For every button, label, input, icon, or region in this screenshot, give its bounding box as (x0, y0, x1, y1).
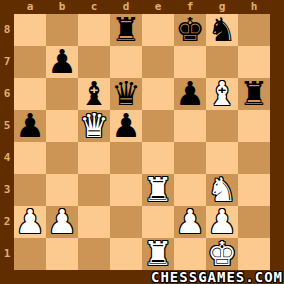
white-bishop-g6: ♝ (207, 78, 237, 110)
square-b6 (46, 78, 78, 110)
black-rook-h6: ♜ (239, 78, 269, 110)
square-c3 (78, 174, 110, 206)
black-king-f8: ♚ (175, 14, 205, 46)
white-pawn-a2: ♟ (15, 206, 45, 238)
white-king-g1: ♚ (207, 238, 237, 270)
square-f6: ♟ (174, 78, 206, 110)
rank-label-5: 5 (0, 110, 14, 142)
square-f5 (174, 110, 206, 142)
black-pawn-b7: ♟ (47, 46, 77, 78)
square-f2: ♟ (174, 206, 206, 238)
file-label-e: e (142, 0, 174, 14)
black-rook-d8: ♜ (111, 14, 141, 46)
square-g6: ♝ (206, 78, 238, 110)
square-e8 (142, 14, 174, 46)
square-f4 (174, 142, 206, 174)
square-f1 (174, 238, 206, 270)
square-d8: ♜ (110, 14, 142, 46)
white-pawn-f2: ♟ (175, 206, 205, 238)
square-h1 (238, 238, 270, 270)
rank-label-7: 7 (0, 46, 14, 78)
square-d5: ♟ (110, 110, 142, 142)
square-d1 (110, 238, 142, 270)
white-pawn-b2: ♟ (47, 206, 77, 238)
square-h3 (238, 174, 270, 206)
square-c4 (78, 142, 110, 174)
square-e7 (142, 46, 174, 78)
rank-label-3: 3 (0, 174, 14, 206)
rank-label-6: 6 (0, 78, 14, 110)
black-knight-g8: ♞ (207, 14, 237, 46)
square-g5 (206, 110, 238, 142)
black-pawn-f6: ♟ (175, 78, 205, 110)
square-g1: ♚ (206, 238, 238, 270)
chess-board: ♜♚♞♟♝♛♟♝♜♟♛♟♜♞♟♟♟♟♜♚ (14, 14, 270, 270)
square-e3: ♜ (142, 174, 174, 206)
square-h2 (238, 206, 270, 238)
white-rook-e3: ♜ (143, 174, 173, 206)
file-label-h: h (238, 0, 270, 14)
rank-label-4: 4 (0, 142, 14, 174)
square-a8 (14, 14, 46, 46)
square-e5 (142, 110, 174, 142)
square-a4 (14, 142, 46, 174)
square-b2: ♟ (46, 206, 78, 238)
square-a2: ♟ (14, 206, 46, 238)
square-d3 (110, 174, 142, 206)
square-h4 (238, 142, 270, 174)
square-b1 (46, 238, 78, 270)
black-pawn-d5: ♟ (111, 110, 141, 142)
rank-label-8: 8 (0, 14, 14, 46)
square-g8: ♞ (206, 14, 238, 46)
square-d4 (110, 142, 142, 174)
square-a1 (14, 238, 46, 270)
square-h8 (238, 14, 270, 46)
black-pawn-a5: ♟ (15, 110, 45, 142)
watermark: CHESSGAMES.COM (151, 270, 283, 284)
square-b5 (46, 110, 78, 142)
white-rook-e1: ♜ (143, 238, 173, 270)
square-e1: ♜ (142, 238, 174, 270)
square-h5 (238, 110, 270, 142)
file-label-b: b (46, 0, 78, 14)
square-e6 (142, 78, 174, 110)
square-c8 (78, 14, 110, 46)
square-b7: ♟ (46, 46, 78, 78)
rank-label-2: 2 (0, 206, 14, 238)
square-f8: ♚ (174, 14, 206, 46)
square-b4 (46, 142, 78, 174)
square-d2 (110, 206, 142, 238)
white-queen-c5: ♛ (79, 110, 109, 142)
rank-labels: 87654321 (0, 14, 14, 270)
square-c5: ♛ (78, 110, 110, 142)
square-c2 (78, 206, 110, 238)
square-c1 (78, 238, 110, 270)
file-label-c: c (78, 0, 110, 14)
chess-diagram: abcdefgh 87654321 ♜♚♞♟♝♛♟♝♜♟♛♟♜♞♟♟♟♟♜♚ C… (0, 0, 284, 284)
square-a5: ♟ (14, 110, 46, 142)
square-h6: ♜ (238, 78, 270, 110)
square-a7 (14, 46, 46, 78)
file-label-a: a (14, 0, 46, 14)
rank-label-1: 1 (0, 238, 14, 270)
